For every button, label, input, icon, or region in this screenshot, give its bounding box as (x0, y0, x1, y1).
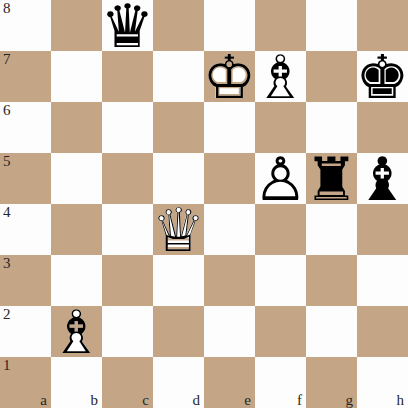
square-e4[interactable] (204, 204, 255, 255)
square-a8[interactable]: 8 (0, 0, 51, 51)
piece-white-bishop[interactable]: ♗ (255, 51, 306, 102)
square-h8[interactable] (357, 0, 408, 51)
square-a6[interactable]: 6 (0, 102, 51, 153)
file-label-d: d (193, 392, 201, 408)
square-c2[interactable] (102, 306, 153, 357)
piece-fill-white-bishop: ♝ (255, 51, 306, 102)
square-a3[interactable]: 3 (0, 255, 51, 306)
square-f3[interactable] (255, 255, 306, 306)
square-d2[interactable] (153, 306, 204, 357)
piece-black-bishop[interactable]: ♝ (357, 153, 408, 204)
square-h4[interactable] (357, 204, 408, 255)
file-label-b: b (91, 392, 99, 408)
rank-label-3: 3 (3, 255, 11, 272)
rank-label-5: 5 (3, 153, 11, 170)
square-e3[interactable] (204, 255, 255, 306)
piece-white-pawn[interactable]: ♙ (255, 153, 306, 204)
square-a4[interactable]: 4 (0, 204, 51, 255)
square-h7[interactable]: ♚ (357, 51, 408, 102)
piece-fill-white-bishop: ♝ (51, 306, 102, 357)
square-d8[interactable] (153, 0, 204, 51)
square-g4[interactable] (306, 204, 357, 255)
square-c1[interactable]: c (102, 357, 153, 408)
rank-label-4: 4 (3, 204, 11, 221)
square-h5[interactable]: ♝ (357, 153, 408, 204)
square-f8[interactable] (255, 0, 306, 51)
square-f1[interactable]: f (255, 357, 306, 408)
rank-label-8: 8 (3, 0, 11, 17)
square-d7[interactable] (153, 51, 204, 102)
square-c3[interactable] (102, 255, 153, 306)
file-label-e: e (244, 392, 251, 408)
square-c4[interactable] (102, 204, 153, 255)
square-b8[interactable] (51, 0, 102, 51)
square-g1[interactable]: g (306, 357, 357, 408)
square-d6[interactable] (153, 102, 204, 153)
piece-white-queen[interactable]: ♕ (153, 204, 204, 255)
square-c6[interactable] (102, 102, 153, 153)
square-f4[interactable] (255, 204, 306, 255)
square-g5[interactable]: ♜ (306, 153, 357, 204)
square-d3[interactable] (153, 255, 204, 306)
square-f5[interactable]: ♟♙ (255, 153, 306, 204)
piece-white-bishop[interactable]: ♗ (51, 306, 102, 357)
square-b1[interactable]: b (51, 357, 102, 408)
square-b7[interactable] (51, 51, 102, 102)
square-f2[interactable] (255, 306, 306, 357)
square-e8[interactable] (204, 0, 255, 51)
square-g2[interactable] (306, 306, 357, 357)
square-b6[interactable] (51, 102, 102, 153)
square-h2[interactable] (357, 306, 408, 357)
rank-label-2: 2 (3, 306, 11, 323)
square-d4[interactable]: ♛♕ (153, 204, 204, 255)
square-b2[interactable]: ♝♗ (51, 306, 102, 357)
square-a7[interactable]: 7 (0, 51, 51, 102)
square-a5[interactable]: 5 (0, 153, 51, 204)
square-c5[interactable] (102, 153, 153, 204)
square-e1[interactable]: e (204, 357, 255, 408)
piece-black-king[interactable]: ♚ (357, 51, 408, 102)
piece-black-queen[interactable]: ♛ (102, 0, 153, 51)
piece-fill-white-king: ♚ (204, 51, 255, 102)
file-label-g: g (346, 392, 354, 408)
piece-white-king[interactable]: ♔ (204, 51, 255, 102)
rank-label-6: 6 (3, 102, 11, 119)
chess-board: 8♛7♚♔♝♗♚65♟♙♜♝4♛♕32♝♗1abcdefgh (0, 0, 408, 408)
square-f6[interactable] (255, 102, 306, 153)
square-h3[interactable] (357, 255, 408, 306)
square-g7[interactable] (306, 51, 357, 102)
square-b5[interactable] (51, 153, 102, 204)
square-g8[interactable] (306, 0, 357, 51)
piece-fill-white-queen: ♛ (153, 204, 204, 255)
square-e6[interactable] (204, 102, 255, 153)
rank-label-7: 7 (3, 51, 11, 68)
square-e2[interactable] (204, 306, 255, 357)
square-g3[interactable] (306, 255, 357, 306)
square-d1[interactable]: d (153, 357, 204, 408)
square-c7[interactable] (102, 51, 153, 102)
square-a1[interactable]: 1a (0, 357, 51, 408)
square-b3[interactable] (51, 255, 102, 306)
file-label-h: h (397, 392, 405, 408)
square-b4[interactable] (51, 204, 102, 255)
file-label-a: a (40, 392, 47, 408)
square-g6[interactable] (306, 102, 357, 153)
square-f7[interactable]: ♝♗ (255, 51, 306, 102)
square-h1[interactable]: h (357, 357, 408, 408)
file-label-c: c (142, 392, 149, 408)
square-c8[interactable]: ♛ (102, 0, 153, 51)
square-h6[interactable] (357, 102, 408, 153)
square-d5[interactable] (153, 153, 204, 204)
square-a2[interactable]: 2 (0, 306, 51, 357)
square-e7[interactable]: ♚♔ (204, 51, 255, 102)
piece-black-rook[interactable]: ♜ (306, 153, 357, 204)
square-e5[interactable] (204, 153, 255, 204)
file-label-f: f (297, 392, 302, 408)
piece-fill-white-pawn: ♟ (255, 153, 306, 204)
rank-label-1: 1 (3, 357, 11, 374)
